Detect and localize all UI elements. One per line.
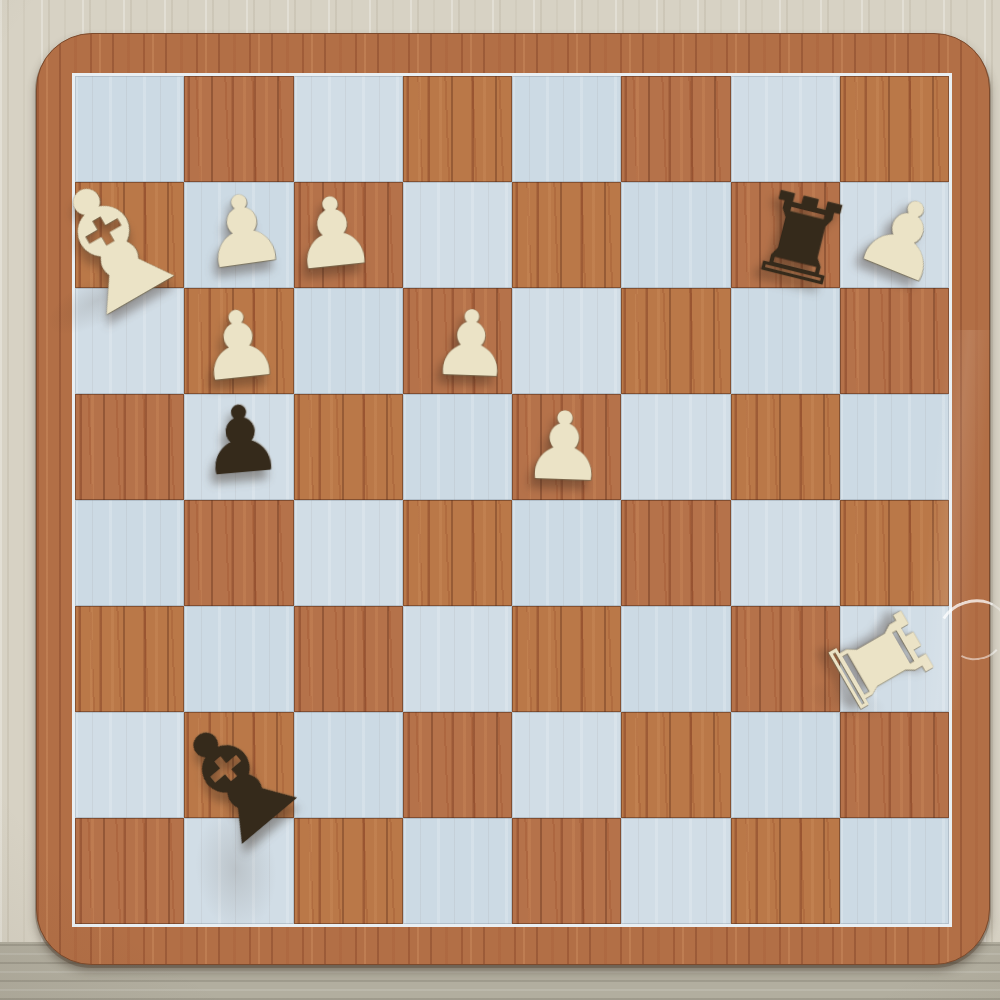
square-b5[interactable] bbox=[184, 394, 293, 500]
square-e4[interactable] bbox=[512, 500, 621, 606]
square-h3[interactable] bbox=[840, 606, 949, 712]
square-f1[interactable] bbox=[621, 818, 730, 924]
square-c4[interactable] bbox=[294, 500, 403, 606]
square-a2[interactable] bbox=[75, 712, 184, 818]
square-d3[interactable] bbox=[403, 606, 512, 712]
square-b6[interactable] bbox=[184, 288, 293, 394]
square-e2[interactable] bbox=[512, 712, 621, 818]
square-b8[interactable] bbox=[184, 76, 293, 182]
square-d5[interactable] bbox=[403, 394, 512, 500]
square-h4[interactable] bbox=[840, 500, 949, 606]
square-f4[interactable] bbox=[621, 500, 730, 606]
square-g5[interactable] bbox=[731, 394, 840, 500]
square-c1[interactable] bbox=[294, 818, 403, 924]
chess-board: ♝♟♟♜♟♟♟♟♟♜♝ bbox=[36, 33, 990, 965]
square-a4[interactable] bbox=[75, 500, 184, 606]
square-e1[interactable] bbox=[512, 818, 621, 924]
square-h5[interactable] bbox=[840, 394, 949, 500]
square-h1[interactable] bbox=[840, 818, 949, 924]
square-g7[interactable] bbox=[731, 182, 840, 288]
square-f7[interactable] bbox=[621, 182, 730, 288]
square-d4[interactable] bbox=[403, 500, 512, 606]
square-d2[interactable] bbox=[403, 712, 512, 818]
square-c2[interactable] bbox=[294, 712, 403, 818]
square-f6[interactable] bbox=[621, 288, 730, 394]
square-h2[interactable] bbox=[840, 712, 949, 818]
square-e6[interactable] bbox=[512, 288, 621, 394]
square-c3[interactable] bbox=[294, 606, 403, 712]
square-d1[interactable] bbox=[403, 818, 512, 924]
square-a3[interactable] bbox=[75, 606, 184, 712]
square-e5[interactable] bbox=[512, 394, 621, 500]
square-g3[interactable] bbox=[731, 606, 840, 712]
square-c8[interactable] bbox=[294, 76, 403, 182]
square-c5[interactable] bbox=[294, 394, 403, 500]
square-g6[interactable] bbox=[731, 288, 840, 394]
square-f5[interactable] bbox=[621, 394, 730, 500]
square-e8[interactable] bbox=[512, 76, 621, 182]
board-playing-area bbox=[72, 73, 952, 927]
square-a7[interactable] bbox=[75, 182, 184, 288]
square-d7[interactable] bbox=[403, 182, 512, 288]
square-g8[interactable] bbox=[731, 76, 840, 182]
table-surface: ♝♟♟♜♟♟♟♟♟♜♝ bbox=[0, 0, 1000, 1000]
square-b1[interactable] bbox=[184, 818, 293, 924]
square-g4[interactable] bbox=[731, 500, 840, 606]
square-d6[interactable] bbox=[403, 288, 512, 394]
square-a8[interactable] bbox=[75, 76, 184, 182]
square-f8[interactable] bbox=[621, 76, 730, 182]
square-b3[interactable] bbox=[184, 606, 293, 712]
square-f3[interactable] bbox=[621, 606, 730, 712]
square-f2[interactable] bbox=[621, 712, 730, 818]
square-h7[interactable] bbox=[840, 182, 949, 288]
square-g2[interactable] bbox=[731, 712, 840, 818]
square-c6[interactable] bbox=[294, 288, 403, 394]
square-a5[interactable] bbox=[75, 394, 184, 500]
square-a1[interactable] bbox=[75, 818, 184, 924]
square-d8[interactable] bbox=[403, 76, 512, 182]
square-e7[interactable] bbox=[512, 182, 621, 288]
square-e3[interactable] bbox=[512, 606, 621, 712]
board-grid bbox=[75, 76, 949, 924]
square-c7[interactable] bbox=[294, 182, 403, 288]
square-h8[interactable] bbox=[840, 76, 949, 182]
square-a6[interactable] bbox=[75, 288, 184, 394]
square-b2[interactable] bbox=[184, 712, 293, 818]
square-g1[interactable] bbox=[731, 818, 840, 924]
square-b4[interactable] bbox=[184, 500, 293, 606]
square-b7[interactable] bbox=[184, 182, 293, 288]
square-h6[interactable] bbox=[840, 288, 949, 394]
